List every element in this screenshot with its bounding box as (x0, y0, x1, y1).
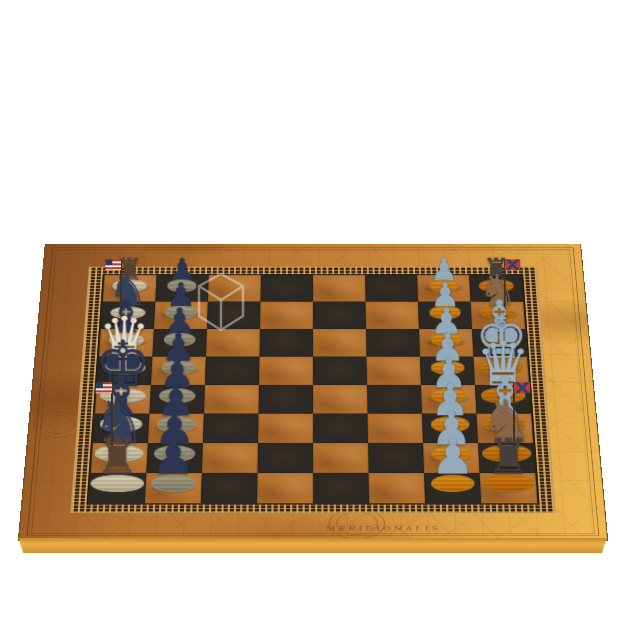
board-side-edge (10, 538, 614, 553)
square-r5c5[interactable] (313, 385, 368, 414)
square-r8c6[interactable] (369, 473, 426, 503)
pawn-glyph: ♟ (431, 434, 475, 479)
piece-base (431, 474, 475, 492)
square-r7c5[interactable] (313, 443, 369, 473)
square-r7c6[interactable] (368, 443, 424, 473)
square-r3c4[interactable] (259, 329, 313, 357)
us-flag-icon (96, 382, 112, 393)
square-r3c5[interactable] (313, 329, 367, 357)
square-r6c6[interactable] (368, 414, 424, 443)
square-r6c3[interactable] (203, 414, 259, 443)
ornate-frame: ♜♟♟♜♞♟♟♞♝♟♟♝♛♟♟♚♚♟♟♛♝♟♟♝♞♟♟♞♜♟♟♜ (70, 267, 555, 513)
square-r8c8[interactable]: ♜ (480, 473, 538, 503)
watermark-cube-icon (197, 272, 245, 334)
square-r3c6[interactable] (366, 329, 420, 357)
square-r8c5[interactable] (313, 473, 369, 503)
square-r1c4[interactable] (260, 275, 313, 302)
rook-glyph: ♜ (95, 434, 139, 479)
rook-glyph: ♜ (487, 434, 531, 479)
photo-scene: MERIDIONALIS ♜♟♟♜♞♟♟♞♝♟♟♝♛♟♟♚♚♟♟♛♝♟♟♝♞♟♟… (0, 0, 625, 625)
square-r1c5[interactable] (313, 275, 366, 302)
square-r8c2[interactable]: ♟ (145, 473, 202, 503)
piece-base (91, 474, 145, 492)
square-r6c4[interactable] (258, 414, 313, 443)
square-r7c4[interactable] (257, 443, 313, 473)
square-r6c5[interactable] (313, 414, 368, 443)
square-r8c1[interactable]: ♜ (89, 473, 147, 503)
square-r5c4[interactable] (259, 385, 314, 414)
square-r8c4[interactable] (257, 473, 313, 503)
square-r8c7[interactable]: ♟ (424, 473, 481, 503)
us-flag-icon (105, 259, 121, 270)
piece-base (482, 474, 536, 492)
pawn-glyph: ♟ (151, 434, 195, 479)
piece-base (151, 474, 195, 492)
confederate-flag-icon (505, 259, 521, 270)
square-r5c6[interactable] (367, 385, 422, 414)
square-r1c6[interactable] (365, 275, 418, 302)
square-r5c3[interactable] (204, 385, 259, 414)
confederate-flag-icon (514, 382, 530, 393)
square-r8c3[interactable] (201, 473, 258, 503)
chessboard: MERIDIONALIS ♜♟♟♜♞♟♟♞♝♟♟♝♛♟♟♚♚♟♟♛♝♟♟♝♞♟♟… (18, 244, 608, 541)
square-r7c3[interactable] (202, 443, 258, 473)
